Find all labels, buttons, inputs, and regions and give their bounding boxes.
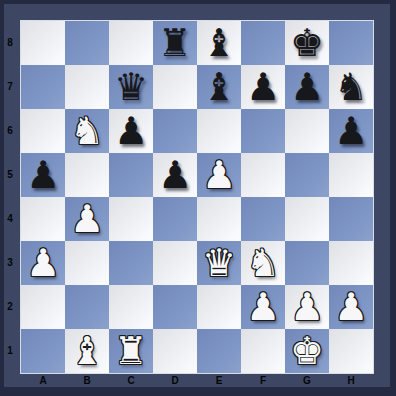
square-f3[interactable]: ♞ [241, 241, 285, 285]
piece-black-rook-d8[interactable]: ♜ [153, 21, 197, 65]
square-f1[interactable] [241, 329, 285, 373]
piece-white-pawn-g2[interactable]: ♟ [285, 285, 329, 329]
square-h5[interactable] [329, 153, 373, 197]
piece-white-pawn-e5[interactable]: ♟ [197, 153, 241, 197]
square-c2[interactable] [109, 285, 153, 329]
piece-white-queen-e3[interactable]: ♛ [197, 241, 241, 285]
square-a1[interactable] [21, 329, 65, 373]
square-h7[interactable]: ♞ [329, 65, 373, 109]
square-c1[interactable]: ♜ [109, 329, 153, 373]
file-label-e: E [197, 374, 241, 388]
square-g6[interactable] [285, 109, 329, 153]
square-a5[interactable]: ♟ [21, 153, 65, 197]
piece-white-king-g1[interactable]: ♚ [285, 329, 329, 373]
square-f6[interactable] [241, 109, 285, 153]
piece-white-pawn-f2[interactable]: ♟ [241, 285, 285, 329]
square-a7[interactable] [21, 65, 65, 109]
square-c7[interactable]: ♛ [109, 65, 153, 109]
piece-black-knight-h7[interactable]: ♞ [329, 65, 373, 109]
rank-labels: 87654321 [0, 21, 20, 373]
piece-black-queen-c7[interactable]: ♛ [109, 65, 153, 109]
piece-white-knight-b6[interactable]: ♞ [65, 109, 109, 153]
square-a8[interactable] [21, 21, 65, 65]
square-g7[interactable]: ♟ [285, 65, 329, 109]
rank-label-2: 2 [0, 285, 20, 329]
square-e1[interactable] [197, 329, 241, 373]
piece-black-bishop-e8[interactable]: ♝ [197, 21, 241, 65]
square-b2[interactable] [65, 285, 109, 329]
square-d3[interactable] [153, 241, 197, 285]
square-e4[interactable] [197, 197, 241, 241]
square-f2[interactable]: ♟ [241, 285, 285, 329]
square-a3[interactable]: ♟ [21, 241, 65, 285]
square-a2[interactable] [21, 285, 65, 329]
square-d2[interactable] [153, 285, 197, 329]
piece-white-pawn-b4[interactable]: ♟ [65, 197, 109, 241]
rank-label-1: 1 [0, 329, 20, 373]
rank-label-5: 5 [0, 153, 20, 197]
file-label-g: G [285, 374, 329, 388]
rank-label-3: 3 [0, 241, 20, 285]
square-g3[interactable] [285, 241, 329, 285]
piece-black-pawn-a5[interactable]: ♟ [21, 153, 65, 197]
square-e2[interactable] [197, 285, 241, 329]
piece-white-pawn-h2[interactable]: ♟ [329, 285, 373, 329]
square-h3[interactable] [329, 241, 373, 285]
square-h2[interactable]: ♟ [329, 285, 373, 329]
square-c4[interactable] [109, 197, 153, 241]
square-b5[interactable] [65, 153, 109, 197]
square-e8[interactable]: ♝ [197, 21, 241, 65]
piece-black-pawn-h6[interactable]: ♟ [329, 109, 373, 153]
square-h6[interactable]: ♟ [329, 109, 373, 153]
piece-white-pawn-a3[interactable]: ♟ [21, 241, 65, 285]
square-e5[interactable]: ♟ [197, 153, 241, 197]
square-h4[interactable] [329, 197, 373, 241]
piece-black-pawn-f7[interactable]: ♟ [241, 65, 285, 109]
square-f8[interactable] [241, 21, 285, 65]
square-e3[interactable]: ♛ [197, 241, 241, 285]
square-d4[interactable] [153, 197, 197, 241]
piece-white-bishop-b1[interactable]: ♝ [65, 329, 109, 373]
file-label-h: H [329, 374, 373, 388]
square-c3[interactable] [109, 241, 153, 285]
square-b4[interactable]: ♟ [65, 197, 109, 241]
file-label-d: D [153, 374, 197, 388]
rank-label-6: 6 [0, 109, 20, 153]
square-f4[interactable] [241, 197, 285, 241]
square-h8[interactable] [329, 21, 373, 65]
square-d1[interactable] [153, 329, 197, 373]
chess-board-frame: 87654321 ♜♝♚♛♝♟♟♞♞♟♟♟♟♟♟♟♛♞♟♟♟♝♜♚ ABCDEF… [0, 0, 396, 396]
square-e7[interactable]: ♝ [197, 65, 241, 109]
square-d5[interactable]: ♟ [153, 153, 197, 197]
piece-black-pawn-d5[interactable]: ♟ [153, 153, 197, 197]
square-f5[interactable] [241, 153, 285, 197]
file-label-a: A [21, 374, 65, 388]
piece-black-king-g8[interactable]: ♚ [285, 21, 329, 65]
square-b1[interactable]: ♝ [65, 329, 109, 373]
square-g5[interactable] [285, 153, 329, 197]
square-b6[interactable]: ♞ [65, 109, 109, 153]
file-label-c: C [109, 374, 153, 388]
piece-white-knight-f3[interactable]: ♞ [241, 241, 285, 285]
piece-white-rook-c1[interactable]: ♜ [109, 329, 153, 373]
rank-label-8: 8 [0, 21, 20, 65]
rank-label-4: 4 [0, 197, 20, 241]
square-e6[interactable] [197, 109, 241, 153]
file-label-f: F [241, 374, 285, 388]
square-g8[interactable]: ♚ [285, 21, 329, 65]
square-b8[interactable] [65, 21, 109, 65]
square-b3[interactable] [65, 241, 109, 285]
square-d8[interactable]: ♜ [153, 21, 197, 65]
square-g4[interactable] [285, 197, 329, 241]
chess-board: ♜♝♚♛♝♟♟♞♞♟♟♟♟♟♟♟♛♞♟♟♟♝♜♚ [20, 20, 374, 374]
square-b7[interactable] [65, 65, 109, 109]
square-a4[interactable] [21, 197, 65, 241]
piece-black-bishop-e7[interactable]: ♝ [197, 65, 241, 109]
square-h1[interactable] [329, 329, 373, 373]
square-a6[interactable] [21, 109, 65, 153]
rank-label-7: 7 [0, 65, 20, 109]
piece-black-pawn-g7[interactable]: ♟ [285, 65, 329, 109]
file-label-b: B [65, 374, 109, 388]
piece-black-pawn-c6[interactable]: ♟ [109, 109, 153, 153]
square-c6[interactable]: ♟ [109, 109, 153, 153]
square-d7[interactable] [153, 65, 197, 109]
square-d6[interactable] [153, 109, 197, 153]
square-c8[interactable] [109, 21, 153, 65]
square-g2[interactable]: ♟ [285, 285, 329, 329]
square-g1[interactable]: ♚ [285, 329, 329, 373]
square-f7[interactable]: ♟ [241, 65, 285, 109]
file-labels: ABCDEFGH [21, 374, 373, 388]
square-c5[interactable] [109, 153, 153, 197]
